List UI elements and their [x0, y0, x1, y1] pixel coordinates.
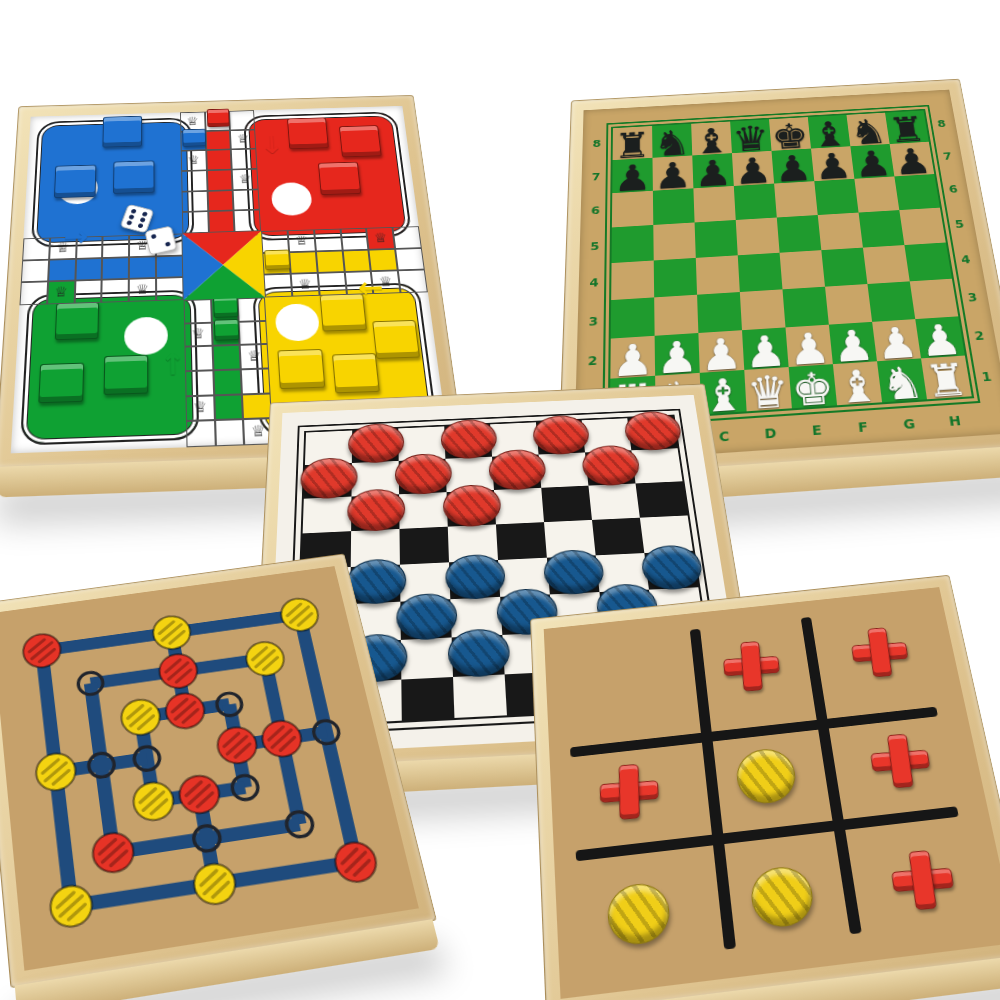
black-pawn[interactable]: ♟ [654, 159, 693, 193]
chess-square[interactable] [910, 279, 959, 319]
checkers-square[interactable] [539, 452, 589, 487]
white-pawn[interactable]: ♟ [874, 323, 920, 364]
morris-point[interactable] [98, 838, 127, 867]
morris-point[interactable] [139, 788, 168, 816]
ludo-cell[interactable] [264, 274, 292, 297]
home-circle [270, 182, 313, 216]
chess-square[interactable]: ♚ [789, 364, 837, 408]
chess-square[interactable]: ♞ [877, 358, 927, 402]
blue-checker[interactable] [447, 628, 511, 679]
checkers-square[interactable] [585, 450, 636, 485]
yellow-morris-piece[interactable] [186, 856, 244, 912]
chess-square[interactable]: ♟ [829, 322, 877, 364]
checkers-square[interactable] [352, 428, 399, 463]
crown-safe-icon: ♕ [239, 173, 253, 186]
rank-label: 7 [934, 139, 960, 173]
checkers-square[interactable] [400, 599, 451, 640]
white-pawn[interactable]: ♟ [612, 340, 654, 381]
ludo-cell[interactable] [207, 170, 233, 191]
black-pawn[interactable]: ♟ [891, 145, 933, 179]
chess-square[interactable]: ♚ [769, 117, 811, 151]
red-cross-piece[interactable] [889, 849, 957, 911]
checkers-square[interactable] [399, 459, 447, 495]
blue-checker[interactable] [640, 544, 705, 591]
checker-grooves [349, 423, 403, 463]
morris-point[interactable] [199, 869, 229, 899]
blue-checker[interactable] [445, 553, 506, 600]
ludo-cell[interactable]: ♕ [366, 227, 395, 249]
ludo-cell[interactable] [211, 321, 240, 346]
red-pawn[interactable] [339, 125, 382, 157]
ludo-cell[interactable] [184, 346, 213, 371]
yellow-direction-arrow: ← [357, 273, 385, 301]
checkers-square[interactable] [627, 416, 677, 450]
crown-safe-icon: ♕ [191, 327, 205, 342]
ludo-arm-top: ♕♕♕♕ [180, 110, 261, 233]
blue-pawn[interactable] [54, 164, 96, 197]
checker-grooves [533, 415, 590, 455]
checkers-square[interactable] [547, 555, 600, 594]
file-label: D [747, 424, 794, 443]
checker-grooves [641, 545, 704, 590]
ludo-cell[interactable] [74, 280, 102, 304]
checker-grooves [489, 449, 546, 490]
ludo-cell[interactable] [102, 235, 129, 258]
checker-grooves [441, 419, 496, 459]
checkers-square[interactable] [351, 494, 399, 531]
chess-square[interactable] [821, 248, 867, 287]
ludo-cell[interactable]: ♕ [291, 273, 320, 296]
chess-square[interactable] [777, 215, 822, 253]
ludo-cell[interactable] [398, 270, 428, 293]
red-cross-piece[interactable] [600, 763, 660, 821]
chess-square[interactable] [736, 217, 780, 255]
green-pawn[interactable] [104, 354, 149, 394]
die-pip [128, 214, 134, 219]
chess-square[interactable] [653, 222, 695, 260]
morris-line [113, 824, 299, 852]
ludo-cell[interactable] [206, 150, 232, 171]
ludo-cell[interactable] [369, 249, 398, 272]
morris-line [90, 684, 113, 853]
morris-line [153, 788, 245, 802]
morris-point[interactable] [284, 810, 314, 838]
chess-square[interactable]: ♟ [742, 327, 789, 370]
ludo-cell[interactable] [344, 271, 373, 294]
red-checker[interactable] [443, 484, 502, 528]
checkers-square[interactable] [303, 497, 352, 534]
white-rook[interactable]: ♜ [923, 360, 971, 402]
ludo-cell[interactable] [393, 226, 422, 248]
blue-checker[interactable] [396, 592, 458, 641]
piece-groove [53, 771, 69, 784]
ludo-cell[interactable] [21, 259, 49, 282]
crown-safe-icon: ♕ [247, 349, 262, 364]
crown-safe-icon: ♕ [136, 283, 150, 297]
piece-groove [201, 871, 216, 886]
red-morris-piece[interactable] [210, 720, 265, 771]
checker-grooves [396, 453, 451, 494]
ludo-cell[interactable]: ♕ [181, 150, 207, 171]
morris-point[interactable] [185, 781, 214, 809]
checkers-square[interactable] [592, 518, 644, 556]
red-morris-piece[interactable] [327, 835, 384, 890]
checkers-square[interactable] [452, 635, 505, 677]
checkers-square[interactable] [541, 486, 592, 523]
morris-point[interactable] [230, 774, 260, 801]
ludo-cell[interactable] [207, 190, 234, 212]
checkers-square[interactable] [636, 481, 688, 517]
checkers-square[interactable] [400, 562, 450, 601]
piece-groove [143, 792, 163, 810]
red-checker[interactable] [395, 453, 452, 496]
blue-pawn[interactable] [102, 116, 142, 148]
red-checker[interactable] [440, 418, 497, 459]
ludo-cell[interactable] [102, 257, 129, 280]
ludo-cell[interactable] [342, 249, 371, 272]
yellow-morris-piece[interactable] [239, 636, 292, 683]
chess-square[interactable] [904, 242, 951, 281]
yellow-piece-body [28, 746, 83, 798]
checkers-square[interactable] [401, 677, 454, 721]
red-morris-piece[interactable] [16, 628, 69, 675]
chess-square[interactable] [695, 220, 738, 258]
checkers-square[interactable] [496, 522, 547, 560]
chess-square[interactable]: ♟ [732, 151, 774, 186]
rank-label: 2 [580, 340, 604, 382]
ludo-cell[interactable] [185, 370, 214, 396]
checkers-square[interactable] [596, 553, 649, 592]
ludo-cell[interactable] [242, 393, 272, 419]
piece-groove [45, 763, 66, 781]
ludo-cell[interactable] [395, 248, 425, 271]
die-pip [164, 241, 170, 246]
black-pawn[interactable]: ♟ [852, 148, 894, 182]
yellow-pawn[interactable] [332, 353, 380, 393]
white-knight[interactable]: ♞ [879, 363, 926, 405]
checker-grooves [347, 559, 405, 605]
black-pawn[interactable]: ♟ [613, 161, 651, 195]
ludo-cell[interactable] [318, 272, 347, 295]
ludo-cell[interactable] [289, 251, 317, 274]
white-pawn[interactable]: ♟ [744, 332, 788, 373]
ludo-cell[interactable] [156, 277, 183, 301]
chess-square[interactable]: ♛ [730, 119, 771, 153]
rank-label: 6 [584, 193, 606, 229]
rank-labels: 87654321 [579, 127, 607, 425]
morris-line [199, 794, 214, 884]
green-pawn[interactable] [213, 295, 239, 317]
red-cross-piece[interactable] [722, 640, 781, 692]
ludo-cell[interactable] [262, 252, 290, 275]
rank-label: 4 [952, 241, 980, 279]
chess-square[interactable] [611, 297, 655, 338]
checkers-square[interactable] [351, 529, 400, 567]
blue-pawn[interactable] [182, 128, 206, 147]
ludo-cell[interactable]: ♕ [47, 281, 75, 305]
ludo-cell[interactable] [212, 345, 241, 370]
red-morris-piece[interactable] [158, 687, 212, 736]
ludo-cell[interactable] [316, 250, 345, 273]
ludo-cell[interactable] [181, 170, 207, 191]
red-pawn[interactable] [318, 161, 362, 194]
ludo-cell[interactable] [229, 110, 255, 130]
checkers-square[interactable] [447, 490, 496, 527]
ludo-cell[interactable] [241, 368, 271, 394]
ludo-cell[interactable] [156, 255, 183, 278]
red-morris-piece[interactable] [85, 825, 142, 880]
checkers-square[interactable] [444, 424, 492, 458]
checkers-square[interactable] [536, 420, 585, 454]
red-checker[interactable] [348, 422, 404, 464]
yellow-morris-piece[interactable] [42, 878, 100, 935]
chess-square[interactable] [859, 210, 905, 248]
white-pawn[interactable]: ♟ [700, 335, 743, 376]
morris-playing-area [0, 566, 419, 971]
checkers-square[interactable] [399, 492, 448, 529]
checkers-square[interactable] [498, 558, 550, 597]
morris-point[interactable] [42, 759, 70, 786]
piece-groove [346, 853, 365, 872]
chess-square[interactable]: ♟ [785, 325, 832, 367]
ludo-cell[interactable] [233, 189, 260, 211]
red-checker[interactable] [347, 488, 405, 532]
piece-groove [140, 789, 155, 803]
chess-square[interactable] [825, 284, 872, 325]
ludo-cell[interactable] [238, 297, 267, 321]
chess-square[interactable]: ♝ [691, 122, 732, 156]
chess-square[interactable]: ♝ [833, 361, 882, 405]
black-pawn[interactable]: ♟ [694, 157, 733, 191]
ludo-cell[interactable] [239, 321, 268, 346]
ludo-cell[interactable]: ♕ [288, 229, 316, 251]
chess-square[interactable]: ♟ [890, 142, 935, 177]
chess-square[interactable]: ♟ [652, 155, 693, 190]
chess-square[interactable] [867, 281, 915, 322]
white-pawn[interactable]: ♟ [656, 337, 698, 378]
checkers-square[interactable] [450, 597, 502, 638]
ludo-cell[interactable] [183, 299, 211, 323]
crown-safe-icon: ♕ [187, 154, 200, 167]
piece-groove [57, 893, 73, 908]
chess-square[interactable] [654, 295, 698, 336]
chess-square[interactable]: ♟ [610, 336, 655, 379]
morris-point[interactable] [56, 891, 86, 921]
chess-square[interactable] [780, 250, 825, 289]
ludo-cell[interactable] [22, 238, 50, 261]
crown-safe-icon: ♕ [378, 275, 393, 289]
ludo-cell[interactable] [181, 191, 207, 213]
ludo-cell[interactable] [211, 298, 239, 322]
yellow-disc-piece[interactable] [606, 881, 672, 948]
checkers-square[interactable] [399, 527, 449, 565]
ludo-cell[interactable] [102, 279, 129, 303]
chess-square[interactable] [738, 253, 783, 292]
chess-square[interactable] [740, 289, 786, 330]
blue-pawn[interactable] [113, 160, 154, 193]
yellow-pawn[interactable] [320, 294, 367, 332]
piece-groove [43, 760, 59, 773]
checkers-square[interactable] [644, 551, 698, 590]
rank-label: 3 [958, 277, 987, 316]
yellow-piece-body [125, 775, 181, 828]
morris-line [42, 651, 71, 906]
rank-label: 6 [940, 172, 967, 207]
white-bishop[interactable]: ♝ [835, 366, 881, 409]
yellow-morris-piece[interactable] [125, 775, 181, 828]
checkers-square[interactable] [449, 560, 500, 599]
ludo-cell[interactable] [215, 419, 245, 446]
chess-square[interactable] [612, 225, 654, 263]
ludo-cell[interactable] [205, 111, 231, 131]
chess-square[interactable]: ♜ [613, 126, 653, 160]
chess-square[interactable]: ♟ [850, 144, 894, 179]
white-king[interactable]: ♚ [790, 369, 836, 412]
yellow-pawn[interactable] [264, 249, 290, 270]
morris-point[interactable] [87, 752, 115, 779]
red-cross-piece[interactable] [868, 733, 932, 790]
yellow-piece-body [42, 878, 100, 935]
chess-square[interactable]: ♜ [921, 356, 972, 400]
chess-square[interactable]: ♛ [744, 367, 792, 411]
rank-label: 7 [585, 159, 607, 194]
chess-square[interactable]: ♟ [872, 319, 921, 361]
red-morris-piece[interactable] [171, 768, 227, 821]
red-pawn[interactable] [287, 118, 329, 150]
ludo-cell[interactable] [129, 256, 156, 279]
checker-grooves [444, 485, 501, 527]
ludo-cell[interactable] [208, 211, 235, 233]
red-morris-piece[interactable] [152, 648, 205, 696]
ludo-cell[interactable]: ♕ [240, 344, 269, 369]
chess-square[interactable]: ♞ [652, 124, 692, 158]
yellow-piece-body [186, 856, 244, 912]
ludo-cell[interactable] [205, 130, 231, 150]
chess-square[interactable]: ♟ [655, 333, 700, 376]
chess-square[interactable] [696, 255, 740, 294]
ludo-arm-bottom: ♕♕♕♕ [183, 297, 273, 447]
chess-square[interactable] [782, 287, 828, 328]
die-pip [137, 223, 143, 228]
checkers-square[interactable] [350, 565, 400, 604]
checkers-square[interactable] [401, 637, 453, 679]
red-cross-piece[interactable] [850, 626, 911, 678]
red-pawn[interactable] [206, 109, 230, 127]
ludo-cell[interactable] [19, 282, 47, 306]
ludo-cell[interactable] [186, 420, 216, 447]
piece-groove [100, 840, 116, 854]
chess-square[interactable]: ♟ [915, 316, 965, 358]
chess-square[interactable] [899, 208, 945, 245]
yellow-disc-piece[interactable] [748, 865, 816, 931]
ludo-cell[interactable]: ♕ [184, 322, 212, 347]
file-label: H [931, 411, 979, 430]
chess-square[interactable]: ♞ [846, 113, 889, 147]
chess-square[interactable]: ♟ [811, 146, 854, 181]
green-pawn[interactable] [213, 319, 239, 342]
black-pawn[interactable]: ♟ [773, 152, 813, 186]
green-direction-arrow: ↑ [159, 349, 186, 379]
ludo-cell[interactable] [213, 369, 242, 395]
red-checker[interactable] [623, 410, 683, 451]
crown-safe-icon: ♕ [54, 285, 68, 299]
ludo-cell[interactable] [234, 210, 261, 232]
chess-square[interactable] [611, 260, 654, 300]
chess-square[interactable] [818, 213, 863, 251]
ludo-cell[interactable] [180, 131, 206, 151]
green-pawn[interactable] [38, 362, 84, 403]
white-queen[interactable]: ♛ [746, 372, 791, 415]
piece-groove [213, 883, 228, 898]
white-pawn[interactable]: ♟ [917, 321, 964, 362]
black-pawn[interactable]: ♟ [733, 155, 773, 189]
yellow-disc-piece[interactable] [733, 746, 798, 806]
disc-grooves [735, 747, 797, 805]
checkers-square[interactable] [492, 455, 541, 490]
ludo-cell[interactable] [182, 211, 209, 233]
ludo-cell[interactable] [214, 394, 244, 420]
yellow-morris-piece[interactable] [274, 592, 326, 637]
red-direction-arrow: ↓ [259, 132, 284, 157]
checkers-square[interactable] [494, 488, 544, 525]
white-pawn[interactable]: ♟ [787, 329, 832, 370]
checkers-square[interactable] [588, 483, 639, 519]
checkers-square[interactable] [453, 674, 507, 718]
ludo-cell[interactable]: ♕ [230, 129, 256, 149]
chess-square[interactable]: ♟ [698, 330, 744, 373]
chess-square[interactable] [654, 258, 697, 298]
ludo-cell[interactable]: ♕ [129, 278, 156, 302]
piece-groove [111, 851, 127, 865]
morris-line [56, 759, 147, 772]
ludo-cell[interactable]: ♕ [232, 169, 259, 190]
ludo-cell[interactable] [75, 258, 102, 281]
red-morris-piece[interactable] [254, 714, 309, 764]
yellow-pawn[interactable] [372, 320, 420, 359]
red-piece-body [85, 825, 142, 880]
checkers-square[interactable] [304, 463, 352, 499]
die-pip [130, 208, 136, 213]
ludo-cell[interactable] [314, 229, 342, 251]
crown-safe-icon: ♕ [237, 133, 250, 145]
ludo-cell[interactable] [340, 228, 369, 250]
crown-safe-icon: ♕ [294, 234, 308, 248]
ludo-cell[interactable] [48, 259, 76, 282]
yellow-morris-piece[interactable] [113, 693, 167, 742]
crown-safe-icon: ♕ [186, 116, 199, 128]
morris-point[interactable] [192, 824, 222, 853]
green-pawn[interactable] [54, 302, 99, 340]
morris-point[interactable] [340, 848, 371, 877]
black-pawn[interactable]: ♟ [813, 150, 854, 184]
checker-grooves [448, 629, 509, 678]
chess-square[interactable]: ♟ [772, 149, 815, 184]
yellow-morris-piece[interactable] [28, 746, 83, 798]
chess-square[interactable]: ♝ [808, 115, 851, 149]
chess-square[interactable]: ♟ [612, 158, 653, 193]
chess-square[interactable]: ♜ [885, 110, 929, 144]
home-circle [124, 317, 168, 355]
chess-square[interactable] [697, 292, 742, 333]
chess-square[interactable]: ♟ [692, 153, 734, 188]
ludo-cell[interactable]: ♕ [371, 271, 401, 294]
ludo-cell[interactable] [231, 149, 257, 170]
white-pawn[interactable]: ♟ [831, 326, 876, 367]
chess-square[interactable] [863, 245, 910, 284]
yellow-pawn[interactable] [278, 349, 325, 389]
ludo-cell[interactable]: ♕ [185, 395, 214, 421]
yellow-morris-piece[interactable] [146, 610, 198, 656]
